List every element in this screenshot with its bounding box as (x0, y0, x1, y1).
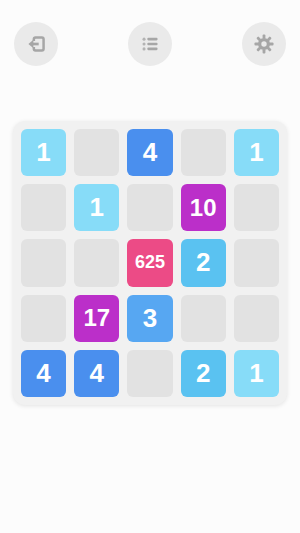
tile-3-r4c3: 3 (127, 295, 172, 342)
empty-cell-r4c1 (21, 295, 66, 342)
gear-icon (251, 31, 277, 57)
empty-cell-r4c4 (181, 295, 226, 342)
empty-cell-r2c5 (234, 184, 279, 231)
list-icon (137, 31, 163, 57)
settings-button[interactable] (242, 22, 286, 66)
tile-2-r3c4: 2 (181, 239, 226, 286)
tile-4-r5c2: 4 (74, 350, 119, 397)
empty-cell-r1c2 (74, 129, 119, 176)
empty-cell-r3c1 (21, 239, 66, 286)
empty-cell-r1c4 (181, 129, 226, 176)
toolbar (0, 22, 300, 66)
tile-1-r1c5: 1 (234, 129, 279, 176)
exit-button[interactable] (14, 22, 58, 66)
empty-cell-r5c3 (127, 350, 172, 397)
tile-2-r5c4: 2 (181, 350, 226, 397)
empty-cell-r3c5 (234, 239, 279, 286)
board[interactable]: 14111062521734421 (13, 121, 287, 405)
empty-cell-r4c5 (234, 295, 279, 342)
empty-cell-r2c1 (21, 184, 66, 231)
exit-icon (23, 31, 49, 57)
empty-cell-r2c3 (127, 184, 172, 231)
tile-17-r4c2: 17 (74, 295, 119, 342)
list-button[interactable] (128, 22, 172, 66)
tile-1-r2c2: 1 (74, 184, 119, 231)
tile-1-r5c5: 1 (234, 350, 279, 397)
tile-4-r1c3: 4 (127, 129, 172, 176)
tile-10-r2c4: 10 (181, 184, 226, 231)
tile-625-r3c3: 625 (127, 239, 172, 286)
tile-4-r5c1: 4 (21, 350, 66, 397)
empty-cell-r3c2 (74, 239, 119, 286)
tile-1-r1c1: 1 (21, 129, 66, 176)
